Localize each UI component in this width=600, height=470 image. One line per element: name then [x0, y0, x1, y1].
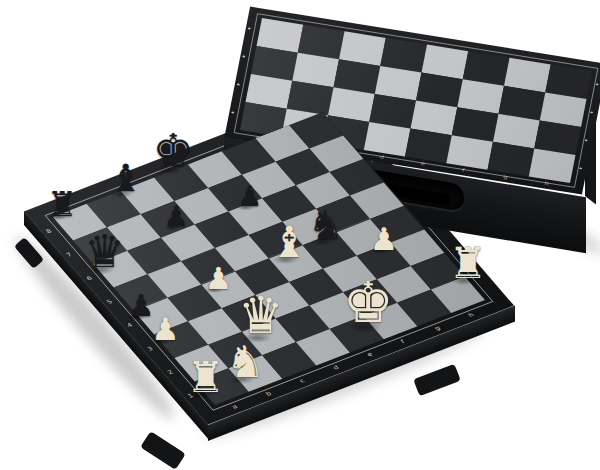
piece-glyph: ♟	[205, 264, 232, 294]
piece-glyph: ♞	[308, 205, 344, 245]
piece-glyph: ♜	[449, 242, 487, 285]
piece-glyph: ♜	[187, 356, 225, 399]
piece-glyph: ♛	[238, 291, 284, 342]
piece-glyph: ♟	[370, 224, 398, 255]
piece-glyph: ♜	[47, 187, 78, 221]
piece-glyph: ♚	[153, 128, 194, 174]
pieces-layer: ♜♝♚♛♟♟♟♞♟♟♝♟♛♜♞♚♜	[0, 0, 600, 470]
piece-glyph: ♟	[163, 203, 189, 232]
piece-glyph: ♛	[84, 229, 124, 274]
piece-glyph: ♚	[343, 274, 394, 331]
piece-glyph: ♟	[151, 314, 179, 345]
piece-glyph: ♝	[109, 160, 143, 198]
chess-set-photo: abcdefgh 87654321 abcdefgh ♜♝♚♛♟♟♟♞♟♟♝♟♛…	[0, 0, 600, 470]
piece-glyph: ♞	[226, 340, 265, 384]
piece-glyph: ♟	[237, 183, 263, 212]
piece-glyph: ♝	[270, 221, 309, 264]
